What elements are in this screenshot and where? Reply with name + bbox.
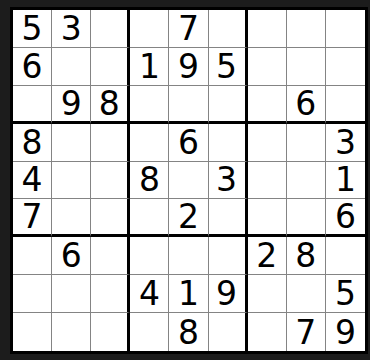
cell-r7c8-given: 8 bbox=[287, 237, 326, 275]
cell-r8c2-empty[interactable] bbox=[52, 275, 91, 313]
cell-r7c3-empty[interactable] bbox=[91, 237, 130, 275]
cell-r7c7-given: 2 bbox=[248, 237, 287, 275]
cell-r4c9-given: 3 bbox=[326, 124, 365, 162]
cell-r1c9-empty[interactable] bbox=[326, 10, 365, 48]
cell-r5c3-empty[interactable] bbox=[91, 162, 130, 200]
cell-r2c7-empty[interactable] bbox=[248, 48, 287, 86]
cell-r3c3-given: 8 bbox=[91, 86, 130, 124]
cell-r6c1-given: 7 bbox=[13, 199, 52, 237]
cell-r2c5-given: 9 bbox=[169, 48, 208, 86]
cell-r5c6-given: 3 bbox=[209, 162, 248, 200]
cell-r1c1-given: 5 bbox=[13, 10, 52, 48]
cell-r6c3-empty[interactable] bbox=[91, 199, 130, 237]
cell-r1c6-empty[interactable] bbox=[209, 10, 248, 48]
cell-r6c5-given: 2 bbox=[169, 199, 208, 237]
cell-r9c9-given: 9 bbox=[326, 313, 365, 351]
cell-r7c4-empty[interactable] bbox=[130, 237, 169, 275]
cell-r8c5-given: 1 bbox=[169, 275, 208, 313]
cell-r3c5-empty[interactable] bbox=[169, 86, 208, 124]
cell-r8c1-empty[interactable] bbox=[13, 275, 52, 313]
cell-r4c7-empty[interactable] bbox=[248, 124, 287, 162]
cell-r8c8-empty[interactable] bbox=[287, 275, 326, 313]
cell-r5c8-empty[interactable] bbox=[287, 162, 326, 200]
cell-r9c6-empty[interactable] bbox=[209, 313, 248, 351]
cell-r7c1-empty[interactable] bbox=[13, 237, 52, 275]
cell-r9c8-given: 7 bbox=[287, 313, 326, 351]
cell-r2c3-empty[interactable] bbox=[91, 48, 130, 86]
cell-r3c7-empty[interactable] bbox=[248, 86, 287, 124]
cell-r2c1-given: 6 bbox=[13, 48, 52, 86]
cell-r8c3-empty[interactable] bbox=[91, 275, 130, 313]
sudoku-board: 537619598686348317266284195879 bbox=[10, 7, 368, 354]
cell-r5c7-empty[interactable] bbox=[248, 162, 287, 200]
cell-r5c1-given: 4 bbox=[13, 162, 52, 200]
cell-r6c2-empty[interactable] bbox=[52, 199, 91, 237]
cell-r6c7-empty[interactable] bbox=[248, 199, 287, 237]
cell-r5c9-given: 1 bbox=[326, 162, 365, 200]
cell-r7c5-empty[interactable] bbox=[169, 237, 208, 275]
cell-r2c6-given: 5 bbox=[209, 48, 248, 86]
cell-r4c2-empty[interactable] bbox=[52, 124, 91, 162]
cell-r3c9-empty[interactable] bbox=[326, 86, 365, 124]
cell-r4c5-given: 6 bbox=[169, 124, 208, 162]
cell-r8c4-given: 4 bbox=[130, 275, 169, 313]
cell-r4c3-empty[interactable] bbox=[91, 124, 130, 162]
cell-r5c4-given: 8 bbox=[130, 162, 169, 200]
cell-r6c8-empty[interactable] bbox=[287, 199, 326, 237]
cell-r1c2-given: 3 bbox=[52, 10, 91, 48]
cell-r3c8-given: 6 bbox=[287, 86, 326, 124]
cell-r6c6-empty[interactable] bbox=[209, 199, 248, 237]
cell-r9c2-empty[interactable] bbox=[52, 313, 91, 351]
cell-r3c6-empty[interactable] bbox=[209, 86, 248, 124]
cell-r2c2-empty[interactable] bbox=[52, 48, 91, 86]
cell-r2c4-given: 1 bbox=[130, 48, 169, 86]
cell-r7c6-empty[interactable] bbox=[209, 237, 248, 275]
cell-r7c9-empty[interactable] bbox=[326, 237, 365, 275]
cell-r8c9-given: 5 bbox=[326, 275, 365, 313]
cell-r9c7-empty[interactable] bbox=[248, 313, 287, 351]
cell-r9c3-empty[interactable] bbox=[91, 313, 130, 351]
page-background: 537619598686348317266284195879 bbox=[0, 0, 370, 360]
cell-r4c6-empty[interactable] bbox=[209, 124, 248, 162]
cell-r1c3-empty[interactable] bbox=[91, 10, 130, 48]
cell-r8c7-empty[interactable] bbox=[248, 275, 287, 313]
cell-r8c6-given: 9 bbox=[209, 275, 248, 313]
cell-r3c2-given: 9 bbox=[52, 86, 91, 124]
cell-r4c8-empty[interactable] bbox=[287, 124, 326, 162]
cell-r5c2-empty[interactable] bbox=[52, 162, 91, 200]
cell-r2c8-empty[interactable] bbox=[287, 48, 326, 86]
cell-r4c1-given: 8 bbox=[13, 124, 52, 162]
cell-r4c4-empty[interactable] bbox=[130, 124, 169, 162]
cell-r1c7-empty[interactable] bbox=[248, 10, 287, 48]
cell-r9c4-empty[interactable] bbox=[130, 313, 169, 351]
cell-r7c2-given: 6 bbox=[52, 237, 91, 275]
cell-r1c4-empty[interactable] bbox=[130, 10, 169, 48]
cell-r1c8-empty[interactable] bbox=[287, 10, 326, 48]
cell-r6c9-given: 6 bbox=[326, 199, 365, 237]
cell-r5c5-empty[interactable] bbox=[169, 162, 208, 200]
cell-r3c4-empty[interactable] bbox=[130, 86, 169, 124]
cell-r9c5-given: 8 bbox=[169, 313, 208, 351]
cell-r3c1-empty[interactable] bbox=[13, 86, 52, 124]
cell-r2c9-empty[interactable] bbox=[326, 48, 365, 86]
cell-r1c5-given: 7 bbox=[169, 10, 208, 48]
cell-r9c1-empty[interactable] bbox=[13, 313, 52, 351]
cell-r6c4-empty[interactable] bbox=[130, 199, 169, 237]
